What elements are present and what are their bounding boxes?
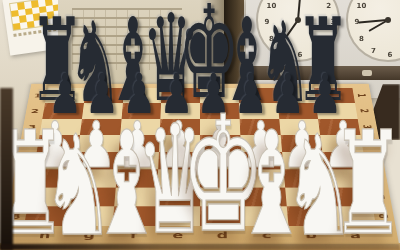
dial-numeral-7: 7 xyxy=(371,47,376,55)
table-shadow-left xyxy=(0,88,13,250)
dial-center-cap xyxy=(385,17,391,23)
chess-set-photo: 121234567891011 121234567891011 12345678… xyxy=(0,0,400,250)
dial-numeral-8: 8 xyxy=(359,35,364,43)
table-shadow-bottom xyxy=(0,244,400,250)
dial-numeral-10: 10 xyxy=(357,2,367,10)
white-rook: ♜ xyxy=(350,168,386,250)
clock-right-dial: 121234567891011 xyxy=(346,0,400,62)
rank-label-1: 1 xyxy=(346,91,378,99)
white-back-row: ♜♞♝♛♚♝♞♜ xyxy=(12,132,386,240)
dial-numeral-6: 6 xyxy=(388,51,393,59)
